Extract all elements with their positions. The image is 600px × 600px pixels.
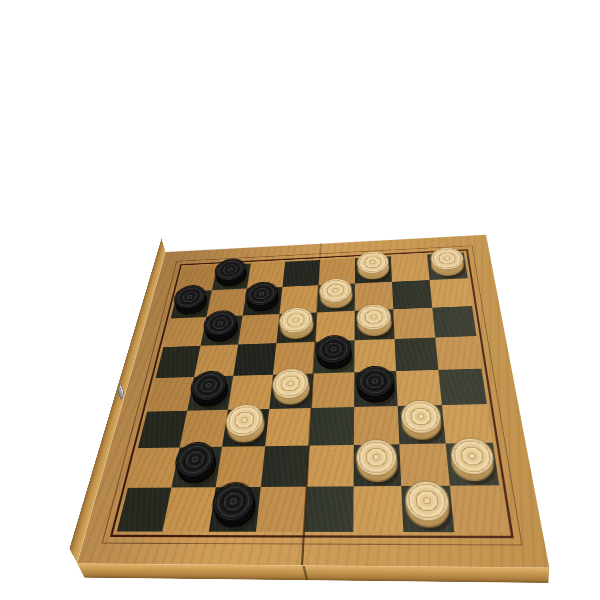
square-c3r2-dark[interactable]	[276, 312, 317, 343]
checker-piece-dark[interactable]	[191, 379, 229, 408]
checker-piece-light[interactable]	[450, 446, 494, 482]
square-c5r2-dark[interactable]	[355, 309, 395, 340]
checker-piece-dark[interactable]	[204, 318, 239, 343]
square-c7r4-dark[interactable]	[438, 369, 486, 405]
square-c7r2-dark[interactable]	[432, 306, 476, 337]
square-c0r6-light	[128, 448, 180, 488]
square-c1r5-light	[180, 410, 228, 448]
square-c5r4-dark[interactable]	[354, 371, 398, 407]
checkers-board	[77, 235, 549, 568]
square-c3r6-dark[interactable]	[261, 446, 309, 487]
square-c7r0-dark[interactable]	[427, 253, 468, 281]
square-c3r0-dark[interactable]	[282, 260, 319, 287]
checker-piece-dark[interactable]	[317, 343, 351, 370]
square-c1r4-dark[interactable]	[187, 376, 233, 411]
square-c5r0-dark[interactable]	[355, 256, 392, 283]
photo-rotation-wrapper	[51, 72, 562, 575]
checker-piece-light[interactable]	[273, 376, 310, 405]
square-c6r0-light	[391, 254, 430, 281]
checker-piece-light[interactable]	[320, 286, 352, 310]
board-pinstripe-border	[110, 249, 514, 538]
square-c5r7-light	[353, 486, 403, 532]
product-photo-stage	[0, 0, 600, 600]
checker-piece-light[interactable]	[358, 259, 389, 282]
checker-piece-light[interactable]	[358, 312, 391, 338]
square-c7r6-dark[interactable]	[446, 443, 500, 486]
checker-piece-dark[interactable]	[215, 266, 247, 288]
square-c7r7-light	[450, 485, 507, 532]
checker-piece-dark[interactable]	[358, 374, 394, 404]
square-c6r1-dark[interactable]	[392, 280, 432, 309]
checker-piece-dark[interactable]	[246, 289, 279, 313]
square-c7r1-light	[430, 278, 472, 307]
board-front-edge	[77, 563, 549, 583]
checker-piece-light[interactable]	[402, 408, 442, 440]
square-c1r7-light	[162, 487, 215, 531]
square-c5r6-dark[interactable]	[354, 444, 402, 486]
square-c1r0-dark[interactable]	[212, 263, 251, 290]
board-grid	[117, 253, 507, 533]
square-c4r6-light	[307, 445, 354, 487]
square-c0r1-dark[interactable]	[171, 290, 212, 318]
square-c6r3-dark[interactable]	[395, 338, 439, 372]
metal-clasp-icon	[118, 384, 123, 400]
square-c2r6-light	[216, 446, 266, 487]
checker-piece-light[interactable]	[406, 490, 450, 528]
square-c2r7-dark[interactable]	[209, 487, 261, 532]
square-c4r4-light	[311, 372, 354, 408]
square-c4r1-dark[interactable]	[317, 284, 355, 313]
square-c3r4-dark[interactable]	[269, 374, 313, 409]
square-c6r5-dark[interactable]	[398, 405, 446, 444]
checker-piece-light[interactable]	[226, 412, 265, 443]
checker-piece-dark[interactable]	[213, 491, 256, 528]
square-c7r3-light	[435, 336, 481, 370]
square-c4r5-dark[interactable]	[309, 407, 354, 446]
front-edge-fold-seam	[302, 566, 308, 580]
square-c4r7-dark[interactable]	[304, 486, 353, 532]
checker-piece-light[interactable]	[430, 255, 464, 278]
square-c3r5-light	[265, 408, 311, 446]
square-c0r3-dark[interactable]	[156, 346, 201, 378]
checker-piece-dark[interactable]	[174, 293, 208, 316]
square-c3r7-light	[256, 487, 307, 532]
square-c2r3-dark[interactable]	[233, 343, 276, 376]
perspective-scene	[51, 72, 562, 575]
checker-piece-light[interactable]	[358, 448, 397, 483]
square-c6r6-light	[399, 444, 449, 486]
square-c6r7-dark[interactable]	[401, 486, 454, 532]
square-c1r6-dark[interactable]	[171, 447, 222, 488]
square-c2r2-light	[238, 314, 279, 345]
square-c2r1-dark[interactable]	[243, 287, 283, 316]
square-c6r2-light	[393, 308, 435, 339]
square-c1r2-dark[interactable]	[201, 315, 243, 345]
checker-piece-light[interactable]	[280, 315, 314, 340]
square-c2r5-dark[interactable]	[222, 409, 269, 447]
square-c4r3-dark[interactable]	[313, 340, 354, 373]
checker-piece-dark[interactable]	[176, 450, 218, 484]
